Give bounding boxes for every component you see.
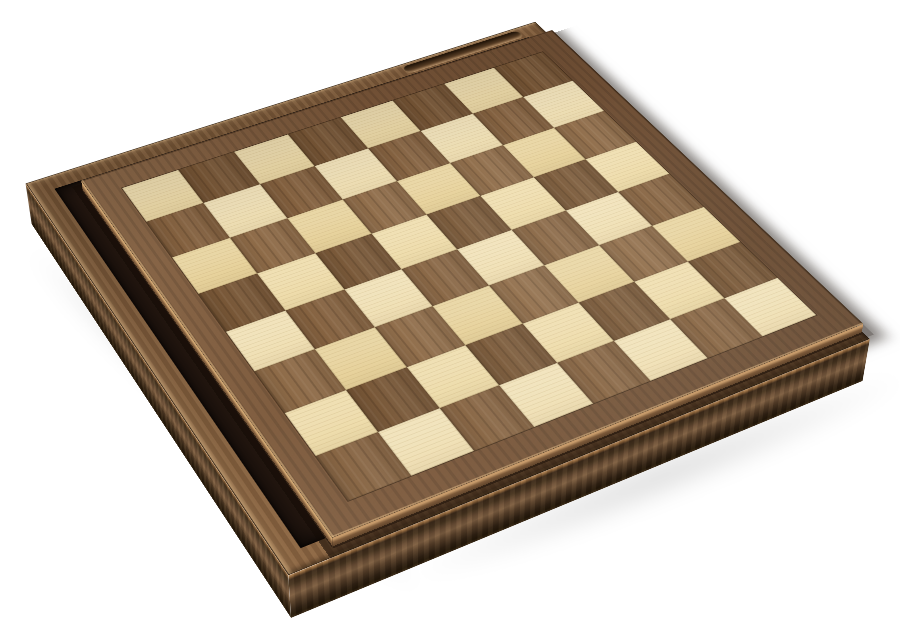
scene (0, 0, 900, 619)
